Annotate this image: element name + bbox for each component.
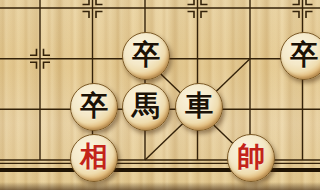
piece-black-soldier-c1[interactable]: 卒 bbox=[70, 83, 118, 131]
piece-glyph: 帥 bbox=[237, 143, 265, 171]
xiangqi-board: 卒 卒 卒 馬 車 相 帥 bbox=[0, 0, 320, 190]
piece-black-chariot-e1[interactable]: 車 bbox=[175, 83, 223, 131]
file-lines bbox=[40, 0, 303, 160]
piece-red-elephant-c0[interactable]: 相 bbox=[70, 134, 118, 182]
piece-glyph: 卒 bbox=[132, 41, 160, 69]
bottom-shadow-vignette bbox=[0, 182, 320, 190]
piece-red-general-f0[interactable]: 帥 bbox=[227, 134, 275, 182]
piece-glyph: 卒 bbox=[80, 92, 108, 120]
rank-lines bbox=[0, 8, 320, 160]
piece-glyph: 卒 bbox=[290, 41, 318, 69]
piece-black-soldier-d2[interactable]: 卒 bbox=[122, 32, 170, 80]
piece-glyph: 車 bbox=[185, 92, 213, 120]
piece-black-soldier-g2[interactable]: 卒 bbox=[280, 32, 320, 80]
piece-black-horse-d1[interactable]: 馬 bbox=[122, 83, 170, 131]
piece-glyph: 相 bbox=[80, 143, 108, 171]
piece-glyph: 馬 bbox=[132, 92, 160, 120]
